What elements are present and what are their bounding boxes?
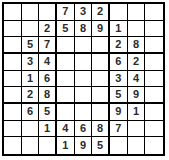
sudoku-cell-empty[interactable] xyxy=(128,21,146,38)
sudoku-cell-given[interactable]: 8 xyxy=(75,21,93,38)
sudoku-cell-given[interactable]: 6 xyxy=(39,71,57,88)
sudoku-cell-given[interactable]: 9 xyxy=(75,137,93,154)
sudoku-cell-given[interactable]: 5 xyxy=(57,21,75,38)
sudoku-cell-empty[interactable] xyxy=(145,37,163,54)
sudoku-cell-empty[interactable] xyxy=(92,54,110,71)
sudoku-cell-empty[interactable] xyxy=(145,71,163,88)
sudoku-cell-given[interactable]: 2 xyxy=(22,87,40,104)
sudoku-cell-empty[interactable] xyxy=(22,4,40,21)
sudoku-cell-empty[interactable] xyxy=(4,21,22,38)
sudoku-cell-empty[interactable] xyxy=(22,137,40,154)
sudoku-cell-empty[interactable] xyxy=(39,137,57,154)
sudoku-cell-empty[interactable] xyxy=(110,137,128,154)
sudoku-cell-empty[interactable] xyxy=(22,21,40,38)
sudoku-cell-given[interactable]: 5 xyxy=(39,104,57,121)
sudoku-cell-empty[interactable] xyxy=(75,87,93,104)
sudoku-cell-empty[interactable] xyxy=(4,71,22,88)
sudoku-cell-empty[interactable] xyxy=(57,87,75,104)
sudoku-cell-empty[interactable] xyxy=(4,104,22,121)
sudoku-cell-given[interactable]: 4 xyxy=(128,71,146,88)
sudoku-cell-given[interactable]: 5 xyxy=(22,37,40,54)
sudoku-cell-given[interactable]: 7 xyxy=(110,121,128,138)
sudoku-cell-empty[interactable] xyxy=(75,104,93,121)
sudoku-cell-empty[interactable] xyxy=(145,21,163,38)
sudoku-cell-given[interactable]: 2 xyxy=(92,4,110,21)
sudoku-cell-given[interactable]: 6 xyxy=(110,54,128,71)
sudoku-cell-empty[interactable] xyxy=(4,37,22,54)
sudoku-cell-given[interactable]: 1 xyxy=(22,71,40,88)
sudoku-cell-empty[interactable] xyxy=(145,121,163,138)
sudoku-cell-empty[interactable] xyxy=(145,104,163,121)
sudoku-cell-empty[interactable] xyxy=(39,4,57,21)
sudoku-cell-empty[interactable] xyxy=(110,4,128,21)
sudoku-cell-empty[interactable] xyxy=(128,137,146,154)
sudoku-board: 732258915728346216342859659114687195 xyxy=(2,2,165,156)
sudoku-board-container: 732258915728346216342859659114687195 xyxy=(2,2,165,156)
sudoku-cell-given[interactable]: 5 xyxy=(110,87,128,104)
sudoku-cell-empty[interactable] xyxy=(92,71,110,88)
sudoku-cell-given[interactable]: 1 xyxy=(57,137,75,154)
sudoku-cell-empty[interactable] xyxy=(57,71,75,88)
sudoku-cell-empty[interactable] xyxy=(92,87,110,104)
sudoku-cell-empty[interactable] xyxy=(145,54,163,71)
sudoku-cell-given[interactable]: 7 xyxy=(57,4,75,21)
sudoku-cell-empty[interactable] xyxy=(4,54,22,71)
sudoku-cell-empty[interactable] xyxy=(128,121,146,138)
sudoku-cell-empty[interactable] xyxy=(22,121,40,138)
sudoku-cell-empty[interactable] xyxy=(92,37,110,54)
sudoku-cell-given[interactable]: 4 xyxy=(57,121,75,138)
sudoku-cell-given[interactable]: 6 xyxy=(75,121,93,138)
sudoku-cell-given[interactable]: 8 xyxy=(39,87,57,104)
sudoku-cell-given[interactable]: 9 xyxy=(128,87,146,104)
sudoku-cell-empty[interactable] xyxy=(57,37,75,54)
sudoku-cell-empty[interactable] xyxy=(4,4,22,21)
sudoku-cell-given[interactable]: 2 xyxy=(39,21,57,38)
sudoku-cell-empty[interactable] xyxy=(128,4,146,21)
sudoku-cell-empty[interactable] xyxy=(75,71,93,88)
sudoku-cell-empty[interactable] xyxy=(145,137,163,154)
sudoku-cell-empty[interactable] xyxy=(75,37,93,54)
sudoku-cell-empty[interactable] xyxy=(92,104,110,121)
sudoku-cell-given[interactable]: 1 xyxy=(39,121,57,138)
sudoku-cell-empty[interactable] xyxy=(4,121,22,138)
sudoku-cell-given[interactable]: 3 xyxy=(75,4,93,21)
sudoku-cell-empty[interactable] xyxy=(145,4,163,21)
sudoku-cell-given[interactable]: 2 xyxy=(110,37,128,54)
sudoku-cell-given[interactable]: 2 xyxy=(128,54,146,71)
sudoku-cell-given[interactable]: 7 xyxy=(39,37,57,54)
sudoku-cell-empty[interactable] xyxy=(4,87,22,104)
sudoku-cell-given[interactable]: 5 xyxy=(92,137,110,154)
sudoku-cell-empty[interactable] xyxy=(145,87,163,104)
sudoku-cell-given[interactable]: 3 xyxy=(22,54,40,71)
sudoku-cell-empty[interactable] xyxy=(75,54,93,71)
sudoku-cell-empty[interactable] xyxy=(4,137,22,154)
sudoku-cell-given[interactable]: 3 xyxy=(110,71,128,88)
sudoku-cell-given[interactable]: 9 xyxy=(110,104,128,121)
sudoku-cell-given[interactable]: 1 xyxy=(110,21,128,38)
sudoku-cell-given[interactable]: 8 xyxy=(92,121,110,138)
sudoku-cell-given[interactable]: 8 xyxy=(128,37,146,54)
sudoku-cell-given[interactable]: 4 xyxy=(39,54,57,71)
sudoku-cell-given[interactable]: 9 xyxy=(92,21,110,38)
sudoku-cell-given[interactable]: 6 xyxy=(22,104,40,121)
sudoku-cell-empty[interactable] xyxy=(57,104,75,121)
sudoku-cell-given[interactable]: 1 xyxy=(128,104,146,121)
sudoku-cell-empty[interactable] xyxy=(57,54,75,71)
